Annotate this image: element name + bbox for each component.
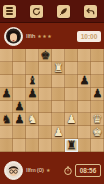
hamburger-icon bbox=[6, 7, 13, 15]
player-score: (0) bbox=[37, 167, 44, 173]
square-g8[interactable] bbox=[78, 49, 91, 62]
square-h3[interactable]: ♛ bbox=[91, 113, 104, 126]
black-pawn-b3: ♟ bbox=[13, 113, 26, 126]
menu-button[interactable] bbox=[3, 5, 16, 18]
square-d1[interactable] bbox=[39, 139, 52, 152]
player-name: Ilfm bbox=[26, 167, 36, 173]
square-g5[interactable] bbox=[78, 88, 91, 101]
player-bar: Ilfm (0) ★ 08:56 bbox=[0, 158, 104, 182]
square-e8[interactable] bbox=[52, 49, 65, 62]
square-c6[interactable]: ♝ bbox=[26, 75, 39, 88]
square-c3[interactable]: ♞ bbox=[26, 113, 39, 126]
square-g3[interactable] bbox=[78, 113, 91, 126]
square-h7[interactable] bbox=[91, 62, 104, 75]
square-a7[interactable] bbox=[0, 62, 13, 75]
new-game-button[interactable] bbox=[30, 5, 43, 18]
square-h6[interactable] bbox=[91, 75, 104, 88]
white-rook-e7: ♜ bbox=[52, 62, 65, 75]
white-pawn-f3: ♟ bbox=[65, 113, 78, 126]
square-e3[interactable] bbox=[52, 113, 65, 126]
square-b8[interactable] bbox=[13, 49, 26, 62]
square-e7[interactable]: ♜ bbox=[52, 62, 65, 75]
notation-button[interactable] bbox=[57, 5, 70, 18]
opponent-timer: 10:00 bbox=[77, 31, 101, 42]
square-g7[interactable] bbox=[78, 62, 91, 75]
square-e2[interactable]: ♟ bbox=[52, 126, 65, 139]
feather-icon bbox=[59, 7, 68, 16]
square-h1[interactable] bbox=[91, 139, 104, 152]
opponent-difficulty-stars: ★★★ bbox=[37, 33, 52, 39]
square-f1[interactable]: ♜ bbox=[65, 139, 78, 152]
square-h5[interactable]: ♟ bbox=[91, 88, 104, 101]
top-toolbar bbox=[0, 0, 104, 23]
black-pawn-g6: ♟ bbox=[78, 75, 91, 88]
undo-arrow-icon bbox=[86, 7, 95, 16]
refresh-icon bbox=[32, 7, 41, 16]
square-b1[interactable] bbox=[13, 139, 26, 152]
square-f3[interactable]: ♟ bbox=[65, 113, 78, 126]
woman-avatar-icon bbox=[5, 28, 22, 45]
square-h2[interactable]: ♚ bbox=[91, 126, 104, 139]
square-e5[interactable] bbox=[52, 88, 65, 101]
square-c4[interactable] bbox=[26, 101, 39, 114]
square-g6[interactable]: ♟ bbox=[78, 75, 91, 88]
undo-button[interactable] bbox=[84, 5, 97, 18]
square-g4[interactable] bbox=[78, 101, 91, 114]
white-pawn-e2: ♟ bbox=[52, 126, 65, 139]
square-g1[interactable] bbox=[78, 139, 91, 152]
black-pawn-b4: ♟ bbox=[13, 101, 26, 114]
player-avatar bbox=[4, 161, 23, 180]
square-b3[interactable]: ♟ bbox=[13, 113, 26, 126]
square-c7[interactable] bbox=[26, 62, 39, 75]
black-rook-f1: ♜ bbox=[65, 139, 78, 152]
white-king-h2: ♚ bbox=[91, 126, 104, 139]
square-h4[interactable] bbox=[91, 101, 104, 114]
square-b5[interactable] bbox=[13, 88, 26, 101]
square-f6[interactable] bbox=[65, 75, 78, 88]
square-e4[interactable] bbox=[52, 101, 65, 114]
square-b2[interactable] bbox=[13, 126, 26, 139]
square-f5[interactable] bbox=[65, 88, 78, 101]
square-g2[interactable] bbox=[78, 126, 91, 139]
black-bishop-c6: ♝ bbox=[26, 75, 39, 88]
white-knight-c3: ♞ bbox=[26, 113, 39, 126]
black-pawn-h5: ♟ bbox=[91, 88, 104, 101]
opponent-bar: Ilfih ★★★ 10:00 bbox=[0, 24, 104, 48]
black-pawn-c5: ♟ bbox=[26, 88, 39, 101]
square-a6[interactable] bbox=[0, 75, 13, 88]
square-f4[interactable] bbox=[65, 101, 78, 114]
square-d6[interactable] bbox=[39, 75, 52, 88]
square-a3[interactable]: ♞ bbox=[0, 113, 13, 126]
square-e6[interactable] bbox=[52, 75, 65, 88]
chess-clock-icon bbox=[64, 166, 72, 175]
square-f2[interactable] bbox=[65, 126, 78, 139]
player-timer: 08:56 bbox=[75, 164, 101, 177]
boy-glasses-avatar-icon bbox=[5, 162, 22, 179]
white-queen-h3: ♛ bbox=[91, 113, 104, 126]
square-b6[interactable] bbox=[13, 75, 26, 88]
black-pawn-a5: ♟ bbox=[0, 88, 13, 101]
square-d2[interactable] bbox=[39, 126, 52, 139]
square-f7[interactable] bbox=[65, 62, 78, 75]
square-b4[interactable]: ♟ bbox=[13, 101, 26, 114]
square-c8[interactable] bbox=[26, 49, 39, 62]
square-a5[interactable]: ♟ bbox=[0, 88, 13, 101]
chess-board[interactable]: ♚♜♝♟♟♟♟♟♞♟♞♟♛♟♚♜ bbox=[0, 49, 104, 152]
player-stars: ★ bbox=[46, 167, 51, 173]
black-king-d8: ♚ bbox=[39, 49, 52, 62]
square-c5[interactable]: ♟ bbox=[26, 88, 39, 101]
square-d7[interactable] bbox=[39, 62, 52, 75]
black-knight-a3: ♞ bbox=[0, 113, 13, 126]
square-b7[interactable] bbox=[13, 62, 26, 75]
square-h8[interactable] bbox=[91, 49, 104, 62]
square-d4[interactable] bbox=[39, 101, 52, 114]
square-a4[interactable] bbox=[0, 101, 13, 114]
square-d8[interactable]: ♚ bbox=[39, 49, 52, 62]
square-d3[interactable] bbox=[39, 113, 52, 126]
square-a1[interactable] bbox=[0, 139, 13, 152]
square-c1[interactable] bbox=[26, 139, 39, 152]
square-a2[interactable] bbox=[0, 126, 13, 139]
square-e1[interactable] bbox=[52, 139, 65, 152]
square-a8[interactable] bbox=[0, 49, 13, 62]
opponent-name: Ilfih bbox=[26, 33, 35, 39]
square-c2[interactable] bbox=[26, 126, 39, 139]
square-f8[interactable] bbox=[65, 49, 78, 62]
square-d5[interactable] bbox=[39, 88, 52, 101]
opponent-avatar bbox=[4, 27, 23, 46]
